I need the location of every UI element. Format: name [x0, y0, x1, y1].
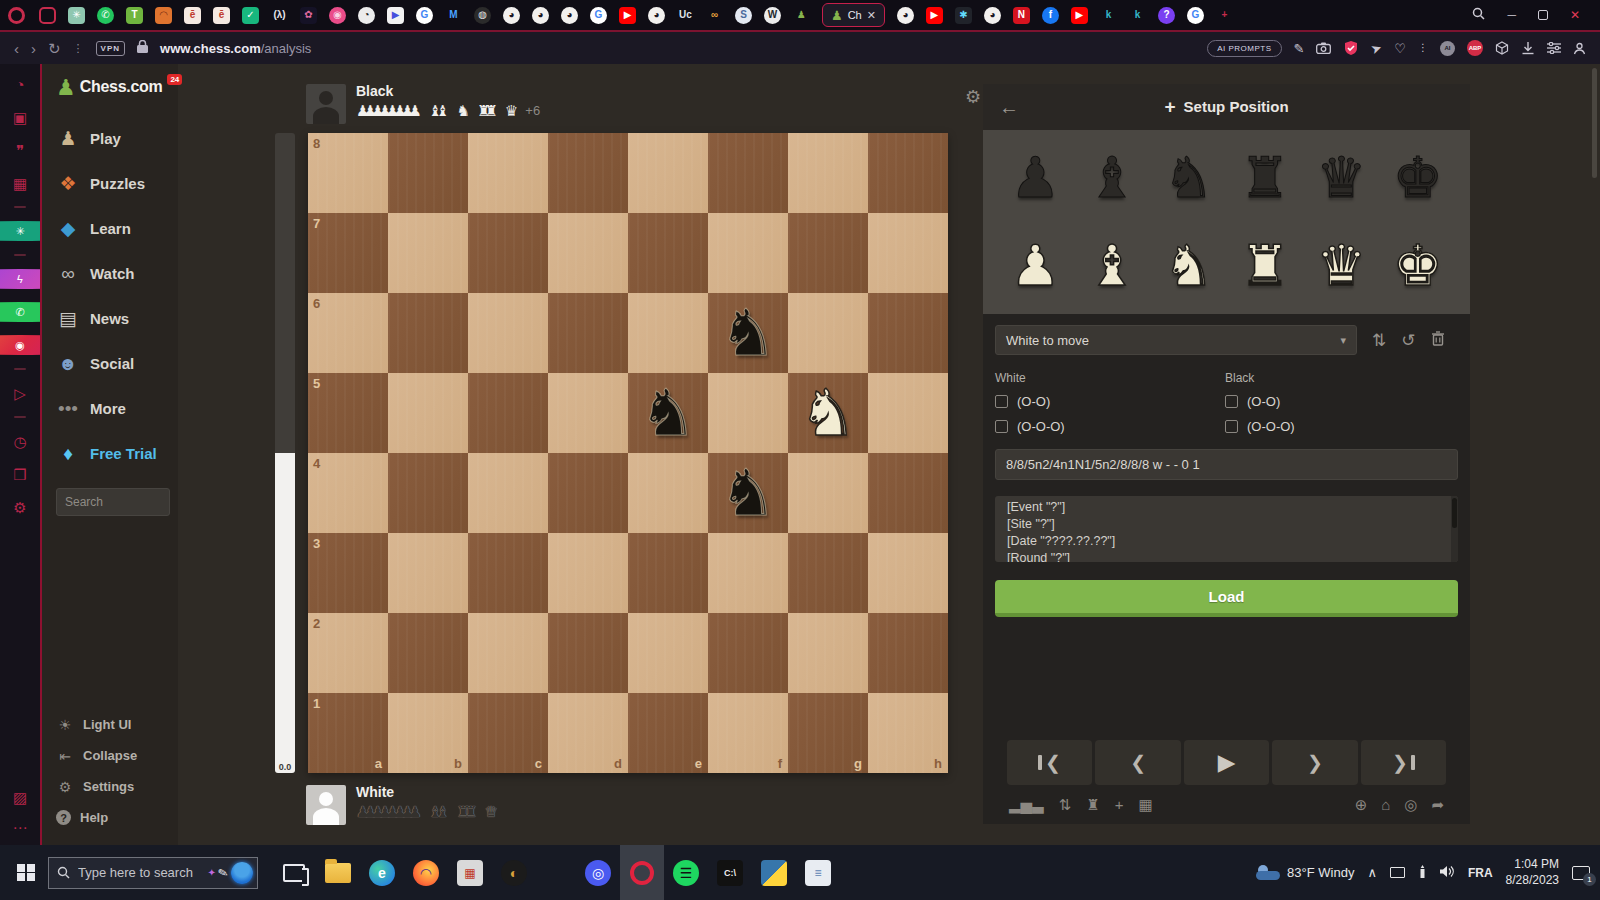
browser-search-icon[interactable] — [1472, 7, 1485, 23]
square-a7[interactable]: 7 — [308, 213, 388, 293]
file-label: e — [695, 756, 702, 771]
overflow-dots-icon[interactable]: ⋯ — [10, 817, 30, 837]
tray-black-bishop[interactable]: ♝ — [1087, 150, 1137, 206]
edit-icon[interactable]: ✎ — [1294, 42, 1305, 55]
footer-item-label: Settings — [83, 779, 134, 794]
square-b4[interactable] — [388, 453, 468, 533]
reset-board-icon[interactable]: ↺ — [1401, 332, 1415, 349]
react-tab[interactable]: ✱ — [955, 7, 972, 24]
rank-label: 7 — [313, 216, 320, 231]
tray-black-queen[interactable]: ♛ — [1316, 150, 1366, 206]
square-c5[interactable] — [468, 373, 548, 453]
captured-queen-group: ♛ — [505, 103, 518, 118]
uc-tab[interactable]: Uc — [677, 7, 694, 24]
gx-sidebar-bottom: ▨⋯ — [10, 787, 30, 837]
play-button[interactable]: ▶ — [1184, 740, 1269, 785]
white-kingside-checkbox[interactable] — [995, 395, 1008, 408]
square-b7[interactable] — [388, 213, 468, 293]
square-f1[interactable]: f — [708, 693, 788, 773]
task-view-icon — [283, 864, 305, 882]
dribbble-tab[interactable]: ◉ — [329, 7, 346, 24]
white-knight-g5[interactable]: ♞ — [788, 373, 868, 453]
file-label: f — [778, 756, 782, 771]
extensions-box-icon[interactable]: ❒ — [10, 464, 30, 484]
square-d4[interactable] — [548, 453, 628, 533]
chesscom-pawn-tab[interactable]: ♟ — [793, 7, 810, 24]
github-6-tab[interactable]: ◕ — [984, 7, 1001, 24]
file-label: c — [535, 756, 542, 771]
focus-icon[interactable]: ◎ — [1404, 797, 1417, 812]
square-g4[interactable] — [788, 453, 868, 533]
firefox-button[interactable]: ◠ — [404, 845, 448, 900]
aria-ai-badge[interactable]: AI — [1440, 41, 1455, 56]
rank-label: 6 — [313, 296, 320, 311]
square-h1[interactable]: h — [868, 693, 948, 773]
forward-icon[interactable]: › — [31, 41, 36, 56]
black-knight-f6[interactable]: ♞ — [708, 293, 788, 373]
reload-icon[interactable]: ↻ — [48, 41, 61, 56]
evaluation-score: 0.0 — [275, 762, 295, 772]
gx-speed-icon[interactable]: ◔ — [10, 74, 30, 94]
footer-item-light-ui[interactable]: ☀Light UI — [56, 709, 178, 740]
google-2-tab[interactable]: G — [590, 7, 607, 24]
edit-board-icon[interactable]: ▦ — [1138, 797, 1152, 812]
square-g5[interactable]: ♞ — [788, 373, 868, 453]
square-f7[interactable] — [708, 213, 788, 293]
first-move-button-glyph: ❮ — [1045, 751, 1061, 774]
github-3-tab[interactable]: ◕ — [561, 7, 578, 24]
file-label: g — [854, 756, 862, 771]
pgn-scrollbar[interactable] — [1451, 496, 1458, 562]
last-move-button[interactable]: ❯ — [1361, 740, 1446, 785]
network-icon[interactable] — [1390, 867, 1405, 878]
discord-button[interactable]: ◎ — [576, 845, 620, 900]
rank-label: 8 — [313, 136, 320, 151]
square-g7[interactable] — [788, 213, 868, 293]
shield-check-icon[interactable] — [1343, 40, 1359, 56]
turn-select[interactable]: White to move ▾ — [995, 325, 1357, 355]
square-f2[interactable] — [708, 613, 788, 693]
bar — [1038, 755, 1042, 770]
python-button[interactable] — [752, 845, 796, 900]
file-explorer-button[interactable] — [316, 845, 360, 900]
square-h6[interactable] — [868, 293, 948, 373]
divider — [14, 206, 26, 208]
prev-move-button-glyph: ❮ — [1130, 751, 1146, 774]
practice-icon[interactable]: ♜ — [1086, 797, 1099, 812]
task-view-button[interactable] — [272, 845, 316, 900]
sidebar-item-puzzles[interactable]: ❖Puzzles — [56, 161, 178, 206]
captured-rook-group: ♜♜ — [477, 103, 498, 118]
cmd-button[interactable]: C:\ — [708, 845, 752, 900]
flip-board-icon[interactable]: ⇅ — [1059, 797, 1072, 812]
openings-icon[interactable]: ⌂ — [1381, 797, 1390, 812]
square-a1[interactable]: 1a — [308, 693, 388, 773]
red-e-1-tab[interactable]: ē — [184, 7, 201, 24]
setup-position-panel: ← +Setup Position ♟♝♞♜♛♚♟♝♞♜♛♚ White to … — [983, 84, 1470, 824]
sidebar-item-free-trial[interactable]: ♦Free Trial — [56, 431, 178, 476]
usb-icon[interactable] — [1418, 865, 1427, 881]
tray-black-pawn[interactable]: ♟ — [1010, 150, 1060, 206]
chesscom-pawn-icon: ♟ — [56, 78, 76, 98]
s-circle-tab[interactable]: S — [735, 7, 752, 24]
square-a5[interactable]: 5 — [308, 373, 388, 453]
player-bottom: White ♟♟♟♟♟♟♟♟♝♝♜♜♛ — [306, 785, 498, 825]
github-4-tab[interactable]: ◕ — [648, 7, 665, 24]
adblock-abp-badge[interactable]: ABP — [1467, 40, 1483, 56]
divider — [14, 368, 26, 370]
sidebar-item-more[interactable]: •••More — [56, 386, 178, 431]
setup-controls: White to move ▾ ⇅ ↺ White (O-O) (O-O-O) … — [983, 314, 1470, 824]
square-h2[interactable] — [868, 613, 948, 693]
url-text[interactable]: www.chess.com/analysis — [160, 41, 311, 56]
square-d1[interactable]: d — [548, 693, 628, 773]
settings-sliders-icon[interactable] — [1547, 42, 1561, 54]
ai-prompts-button[interactable]: AI PROMPTS — [1207, 40, 1281, 57]
gx-booster-icon[interactable]: ▣ — [10, 107, 30, 127]
square-f6[interactable]: ♞ — [708, 293, 788, 373]
square-e4[interactable] — [628, 453, 708, 533]
rank-label: 1 — [313, 696, 320, 711]
tray-black-knight[interactable]: ♞ — [1163, 150, 1213, 206]
rank-label: 3 — [313, 536, 320, 551]
footer-item-help[interactable]: ?Help — [56, 802, 178, 833]
square-h4[interactable] — [868, 453, 948, 533]
captured-pawn-group: ♟♟♟♟♟♟♟♟ — [356, 804, 422, 819]
lambda-tab[interactable]: (λ) — [271, 7, 288, 24]
red-e-2-tab[interactable]: ē — [213, 7, 230, 24]
firefox-button-icon: ◠ — [413, 860, 439, 886]
vpn-badge[interactable]: VPN — [96, 41, 125, 56]
white-queenside-checkbox[interactable] — [995, 420, 1008, 433]
captured-queen-group: ♛ — [484, 804, 497, 819]
notification-center-icon[interactable] — [1572, 866, 1590, 880]
youtube-1-tab[interactable]: ▶ — [619, 7, 636, 24]
square-c1[interactable]: c — [468, 693, 548, 773]
start-button[interactable] — [4, 845, 48, 900]
google-1-tab[interactable]: G — [416, 7, 433, 24]
footer-item-collapse[interactable]: ⇤Collapse — [56, 740, 178, 771]
tray-white-knight[interactable]: ♞ — [1163, 238, 1213, 294]
weather-widget[interactable]: 83°F Windy — [1256, 865, 1354, 880]
send-icon[interactable]: ➤ — [1370, 40, 1385, 56]
swap-colors-icon[interactable]: ⇅ — [1372, 332, 1386, 349]
mj-blue-tab[interactable]: M — [445, 7, 462, 24]
file-label: d — [614, 756, 622, 771]
sidebar-item-label: Play — [90, 130, 121, 147]
google-3-tab[interactable]: G — [1187, 7, 1204, 24]
square-e6[interactable] — [628, 293, 708, 373]
sidebar-item-news[interactable]: ▤News — [56, 296, 178, 341]
store-button-icon: ▦ — [457, 860, 483, 886]
todo-check-tab[interactable]: ✓ — [242, 7, 259, 24]
load-button[interactable]: Load — [995, 580, 1458, 617]
black-knight-f4[interactable]: ♞ — [708, 453, 788, 533]
share-icon[interactable]: ➦ — [1431, 797, 1444, 812]
pgn-line: [Round "?"] — [1007, 550, 1446, 562]
gx-games-icon[interactable]: ▦ — [10, 173, 30, 193]
new-tab-tab[interactable]: + — [1216, 7, 1233, 24]
downloads-icon[interactable] — [1521, 41, 1535, 55]
file-label: b — [454, 756, 462, 771]
wordpress-tab[interactable]: W — [764, 7, 781, 24]
tray-time: 1:04 PM — [1506, 857, 1559, 873]
close-tab-icon[interactable]: ✕ — [867, 9, 876, 22]
next-move-button-glyph: ❯ — [1307, 751, 1323, 774]
square-f5[interactable] — [708, 373, 788, 453]
plus-icon: + — [1164, 96, 1175, 117]
square-g3[interactable] — [788, 533, 868, 613]
sidebar-item-label: Free Trial — [90, 445, 157, 462]
back-icon[interactable]: ‹ — [14, 41, 19, 56]
github-5-tab[interactable]: ◕ — [897, 7, 914, 24]
white-player-avatar[interactable] — [306, 785, 346, 825]
edge-button-icon: e — [369, 860, 395, 886]
tray-chevron-icon[interactable]: ∧ — [1367, 866, 1377, 879]
sidebar-search-input[interactable] — [56, 488, 170, 516]
edge-button[interactable]: e — [360, 845, 404, 900]
history-icon[interactable]: ◷ — [10, 431, 30, 451]
k-teal-1-tab[interactable]: k — [1100, 7, 1117, 24]
social-icon: ☻ — [56, 354, 80, 373]
cortana-icon — [231, 862, 253, 884]
square-h3[interactable] — [868, 533, 948, 613]
opera-gx-logo[interactable] — [8, 7, 25, 24]
github-2-tab[interactable]: ◕ — [532, 7, 549, 24]
language-indicator[interactable]: FRA — [1468, 866, 1493, 880]
prev-move-button[interactable]: ❮ — [1095, 740, 1180, 785]
close-button[interactable]: ✕ — [1570, 8, 1580, 22]
square-g2[interactable] — [788, 613, 868, 693]
square-b6[interactable] — [388, 293, 468, 373]
setup-panel-title: +Setup Position — [983, 96, 1470, 118]
square-f4[interactable]: ♞ — [708, 453, 788, 533]
purple-q-tab[interactable]: ? — [1158, 7, 1175, 24]
sidebar-item-watch[interactable]: ∞Watch — [56, 251, 178, 296]
folder-icon — [325, 863, 351, 883]
square-a3[interactable]: 3 — [308, 533, 388, 613]
page-scrollbar[interactable] — [1592, 68, 1597, 178]
square-d8[interactable] — [548, 133, 628, 213]
sidebar-item-social[interactable]: ☻Social — [56, 341, 178, 386]
tray-black-rook[interactable]: ♜ — [1240, 150, 1290, 206]
square-f8[interactable] — [708, 133, 788, 213]
taskbar-search-input[interactable] — [78, 865, 198, 880]
move-navigation: ❮❮▶❯❯ — [995, 740, 1458, 785]
play-icon: ♟ — [56, 129, 80, 148]
square-c8[interactable] — [468, 133, 548, 213]
square-c3[interactable] — [468, 533, 548, 613]
facebook-tab[interactable]: f — [1042, 7, 1059, 24]
footer-item-label: Collapse — [83, 748, 137, 763]
tray-white-pawn[interactable]: ♟ — [1010, 238, 1060, 294]
square-a2[interactable]: 2 — [308, 613, 388, 693]
clear-board-trash-icon[interactable] — [1431, 331, 1445, 349]
tray-white-bishop[interactable]: ♝ — [1087, 238, 1137, 294]
media-l-button[interactable]: ◐ — [492, 845, 536, 900]
volume-icon[interactable] — [1440, 865, 1455, 880]
active-tab[interactable]: ♟Ch✕ — [822, 3, 885, 27]
twitch-icon[interactable]: ❞ — [10, 140, 30, 160]
youtube-3-tab[interactable]: ▶ — [1071, 7, 1088, 24]
square-e7[interactable] — [628, 213, 708, 293]
zoom-icon[interactable]: ⊕ — [1355, 797, 1368, 812]
tray-white-king[interactable]: ♚ — [1393, 238, 1443, 294]
tab-list: ✳✆T◠ēē✓(λ)✿◉◔▶GM◍◕◕◕G▶◕Uc∞SW♟♟Ch✕◕▶✱◕Nf▶… — [39, 3, 1454, 27]
learn-icon: ◆ — [56, 219, 80, 238]
black-castling-label: Black — [1225, 371, 1455, 385]
weather-icon — [1256, 865, 1280, 880]
art-pink-tab[interactable]: ✿ — [300, 7, 317, 24]
rank-label: 5 — [313, 376, 320, 391]
fen-input[interactable] — [995, 449, 1458, 480]
windows-taskbar: ✦✎ e◠▦◐◎☰C:\≡ 83°F Windy ∧ FRA 1:04 PM 8… — [0, 845, 1600, 900]
sidebar-item-learn[interactable]: ◆Learn — [56, 206, 178, 251]
taskbar-search[interactable]: ✦✎ — [48, 857, 258, 889]
square-e1[interactable]: e — [628, 693, 708, 773]
search-icon — [57, 866, 70, 879]
black-player-avatar[interactable] — [306, 84, 346, 124]
pgn-line: [Event "?"] — [1007, 499, 1446, 516]
add-icon[interactable]: + — [1115, 797, 1124, 812]
store-button[interactable]: ▦ — [448, 845, 492, 900]
footer-item-settings[interactable]: ⚙Settings — [56, 771, 178, 802]
white-castling-label: White — [995, 371, 1225, 385]
square-h5[interactable] — [868, 373, 948, 453]
square-b2[interactable] — [388, 613, 468, 693]
spotify-button[interactable]: ☰ — [664, 845, 708, 900]
sidebar-item-label: News — [90, 310, 129, 327]
player-icon[interactable]: ▷ — [10, 383, 30, 403]
opera-gx-button[interactable] — [620, 845, 664, 900]
clock[interactable]: 1:04 PM 8/28/2023 — [1506, 857, 1559, 888]
media-l-button-icon: ◐ — [501, 860, 527, 886]
lock-icon[interactable] — [137, 39, 148, 57]
black-kingside-checkbox[interactable] — [1225, 395, 1238, 408]
youtube-2-tab[interactable]: ▶ — [926, 7, 943, 24]
square-c7[interactable] — [468, 213, 548, 293]
sidebar-item-label: Learn — [90, 220, 131, 237]
square-c6[interactable] — [468, 293, 548, 373]
wallpaper-icon[interactable]: ▨ — [10, 787, 30, 807]
anime-tab[interactable]: ◠ — [155, 7, 172, 24]
black-knight-e5[interactable]: ♞ — [628, 373, 708, 453]
divider — [14, 254, 26, 256]
collapse-icon: ⇤ — [56, 748, 74, 764]
black-queenside-checkbox[interactable] — [1225, 420, 1238, 433]
windows-logo-icon — [17, 864, 35, 882]
square-f3[interactable] — [708, 533, 788, 613]
snapshot-camera-icon[interactable] — [1316, 42, 1331, 54]
chesscom-logo[interactable]: ♟ Chess.com 24 — [56, 78, 178, 98]
gx-controller-tab[interactable] — [39, 7, 56, 24]
pgn-line: [Site "?"] — [1007, 516, 1446, 533]
chevron-down-icon: ▾ — [1340, 334, 1346, 347]
square-e3[interactable] — [628, 533, 708, 613]
light-ui-icon: ☀ — [56, 717, 74, 733]
square-e8[interactable] — [628, 133, 708, 213]
minimize-button[interactable]: ─ — [1507, 8, 1516, 22]
heart-icon[interactable]: ♡ — [1394, 42, 1406, 55]
tray-white-rook[interactable]: ♜ — [1240, 238, 1290, 294]
square-a4[interactable]: 4 — [308, 453, 388, 533]
square-h7[interactable] — [868, 213, 948, 293]
clock-app-tab[interactable]: ◔ — [358, 7, 375, 24]
footer-item-label: Light UI — [83, 717, 131, 732]
white-captured-pieces: ♟♟♟♟♟♟♟♟♝♝♜♜♛ — [356, 803, 498, 820]
settings-gear-icon[interactable]: ⚙ — [10, 497, 30, 517]
whatsapp-tab[interactable]: ✆ — [97, 7, 114, 24]
chatgpt-tab[interactable]: ✳ — [68, 7, 85, 24]
k-teal-2-tab[interactable]: k — [1129, 7, 1146, 24]
square-d5[interactable] — [548, 373, 628, 453]
square-a8[interactable]: 8 — [308, 133, 388, 213]
help-icon: ? — [56, 810, 71, 825]
square-d3[interactable] — [548, 533, 628, 613]
captured-rook-group: ♜♜ — [456, 804, 477, 819]
page-right-gutter — [1470, 64, 1600, 845]
notepad-button[interactable]: ≡ — [796, 845, 840, 900]
footer-item-label: Help — [80, 810, 108, 825]
square-d7[interactable] — [548, 213, 628, 293]
tray-white-queen[interactable]: ♛ — [1316, 238, 1366, 294]
square-a6[interactable]: 6 — [308, 293, 388, 373]
square-g1[interactable]: g — [788, 693, 868, 773]
square-e5[interactable]: ♞ — [628, 373, 708, 453]
analysis-report-icon[interactable]: ▂▅▃ — [1009, 797, 1044, 812]
chesscom-sidebar: ♟ Chess.com 24 ♟Play❖Puzzles◆Learn∞Watch… — [42, 64, 178, 845]
square-c2[interactable] — [468, 613, 548, 693]
square-h8[interactable] — [868, 133, 948, 213]
t-green-tab[interactable]: T — [126, 7, 143, 24]
notepad-button-icon: ≡ — [805, 860, 831, 886]
tray-black-king[interactable]: ♚ — [1393, 150, 1443, 206]
sidebar-item-play[interactable]: ♟Play — [56, 116, 178, 161]
first-move-button[interactable]: ❮ — [1007, 740, 1092, 785]
square-b3[interactable] — [388, 533, 468, 613]
square-d6[interactable] — [548, 293, 628, 373]
pgn-textarea[interactable]: [Event "?"][Site "?"][Date "????.??.??"]… — [995, 496, 1458, 562]
maximize-button[interactable] — [1538, 10, 1548, 20]
github-1-tab[interactable]: ◕ — [503, 7, 520, 24]
infinity-orange-tab[interactable]: ∞ — [706, 7, 723, 24]
square-d2[interactable] — [548, 613, 628, 693]
play-app-tab[interactable]: ▶ — [387, 7, 404, 24]
profile-person-icon[interactable] — [1573, 42, 1586, 55]
next-move-button[interactable]: ❯ — [1272, 740, 1357, 785]
sidebar-item-label: Puzzles — [90, 175, 145, 192]
tray-date: 8/28/2023 — [1506, 873, 1559, 889]
netflix-tab[interactable]: N — [1013, 7, 1030, 24]
board-settings-gear-icon[interactable]: ⚙ — [965, 86, 981, 108]
dots-icon: ⋮ — [73, 43, 84, 54]
sidebar-item-label: Watch — [90, 265, 134, 282]
square-b5[interactable] — [388, 373, 468, 453]
chess-board[interactable]: 876♞5♞♞4♞321abcdefgh — [308, 133, 948, 773]
globe-tab[interactable]: ◍ — [474, 7, 491, 24]
extensions-cube-icon[interactable] — [1495, 41, 1509, 55]
back-arrow-icon[interactable]: ← — [999, 96, 1019, 119]
square-g8[interactable] — [788, 133, 868, 213]
square-b1[interactable]: b — [388, 693, 468, 773]
python-button-icon — [761, 860, 787, 886]
square-b8[interactable] — [388, 133, 468, 213]
square-g6[interactable] — [788, 293, 868, 373]
bar — [1411, 755, 1415, 770]
square-c4[interactable] — [468, 453, 548, 533]
square-e2[interactable] — [628, 613, 708, 693]
captured-bishop-group: ♝♝ — [429, 804, 450, 819]
